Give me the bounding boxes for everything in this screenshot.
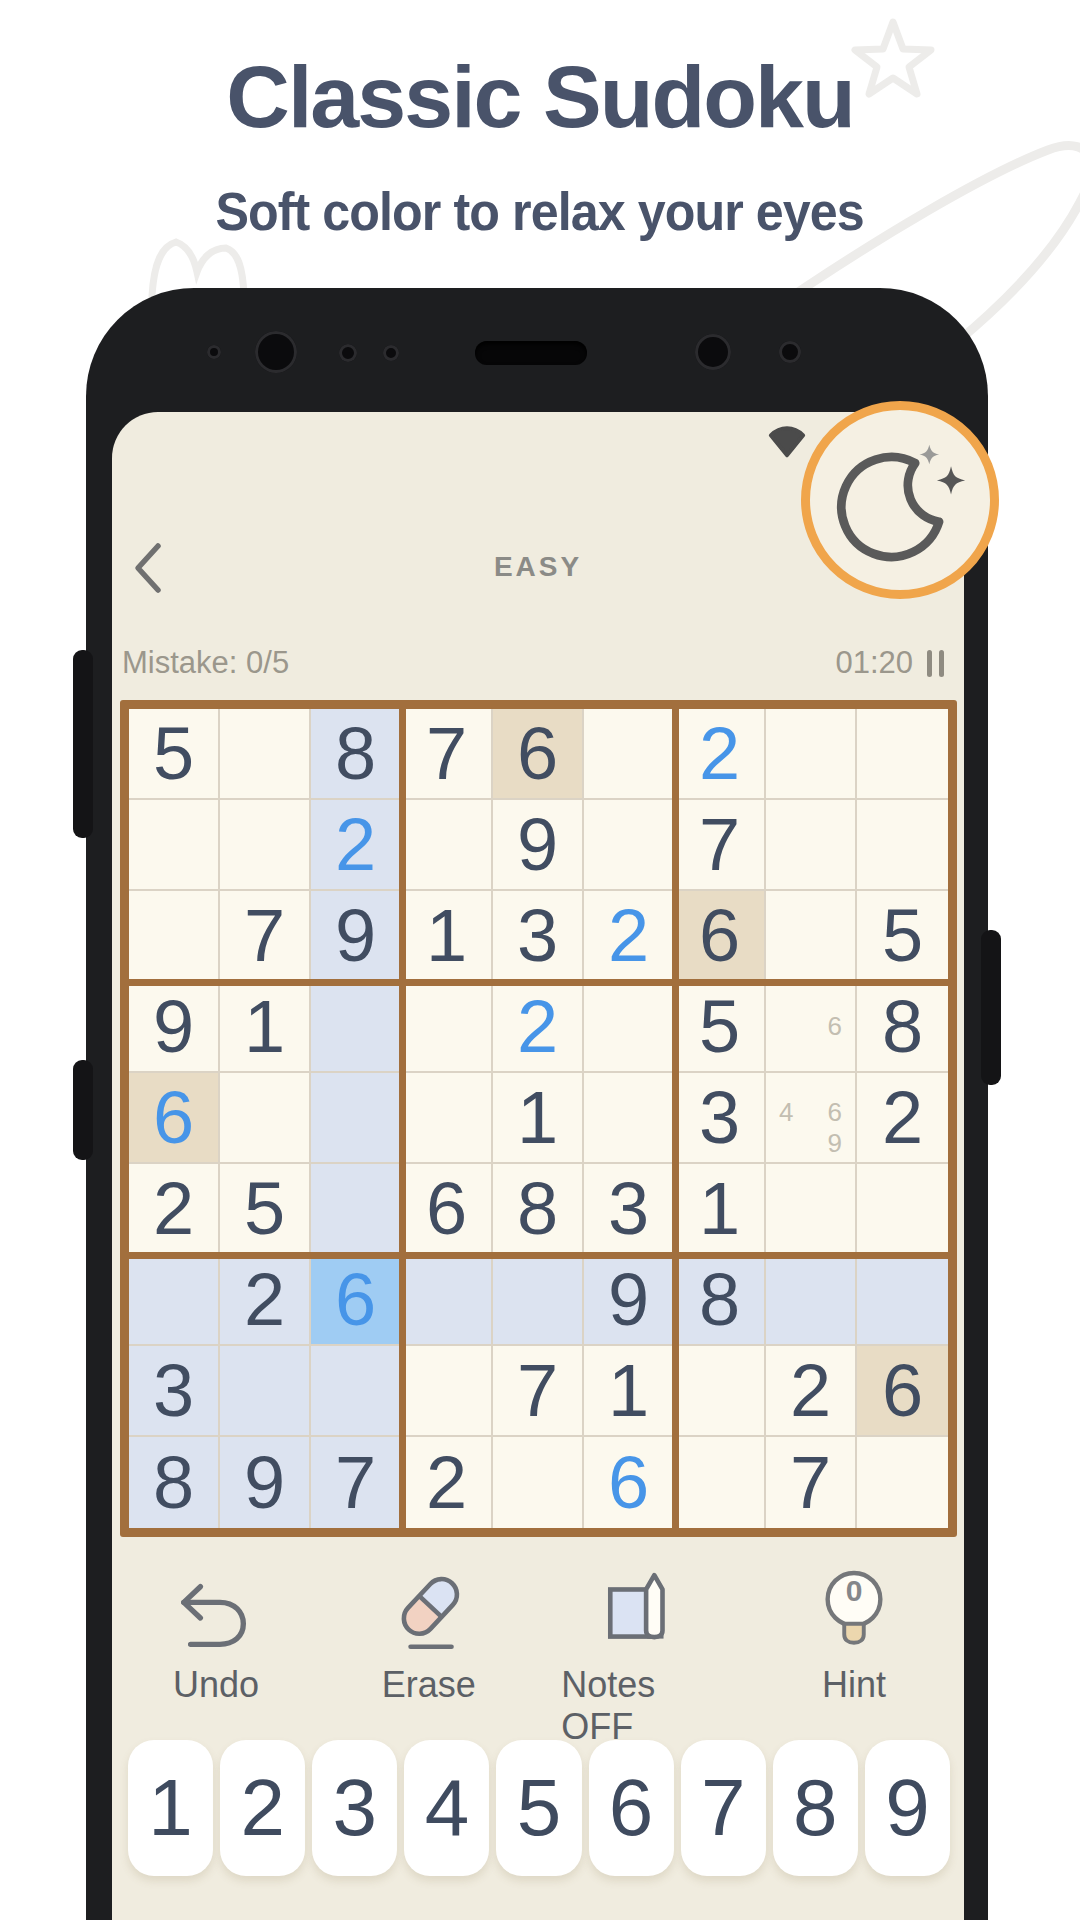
numpad-1[interactable]: 1 (128, 1740, 213, 1876)
given-digit: 7 (517, 1354, 558, 1428)
cell-r3c6[interactable]: 2 (584, 891, 675, 982)
given-digit: 3 (517, 899, 558, 973)
cell-r7c9[interactable] (857, 1255, 948, 1346)
user-digit: 6 (335, 1263, 376, 1337)
app-promo-page: { "game": "sudoku", "position": "5.876.2… (0, 0, 1080, 1920)
cell-r8c7[interactable] (675, 1346, 766, 1437)
cell-r4c1[interactable]: 9 (129, 982, 220, 1073)
cell-r1c5[interactable]: 6 (493, 709, 584, 800)
sensor-dot (339, 344, 357, 362)
cell-r6c1[interactable]: 2 (129, 1164, 220, 1255)
cell-r9c3[interactable]: 7 (311, 1437, 402, 1528)
cell-r7c5[interactable] (493, 1255, 584, 1346)
cell-r8c9[interactable]: 6 (857, 1346, 948, 1437)
given-digit: 8 (517, 1172, 558, 1246)
cell-r6c2[interactable]: 5 (220, 1164, 311, 1255)
user-digit: 6 (153, 1081, 194, 1155)
pencil-notes: 469 (774, 1076, 847, 1159)
cell-r9c2[interactable]: 9 (220, 1437, 311, 1528)
given-digit: 6 (882, 1354, 923, 1428)
sensor-dot (383, 345, 399, 361)
cell-r6c5[interactable]: 8 (493, 1164, 584, 1255)
user-digit: 2 (335, 808, 376, 882)
cell-r7c4[interactable] (402, 1255, 493, 1346)
cell-r5c3[interactable] (311, 1073, 402, 1164)
undo-label: Undo (173, 1664, 259, 1706)
cell-r3c3[interactable]: 9 (311, 891, 402, 982)
cell-r4c9[interactable]: 8 (857, 982, 948, 1073)
cell-r1c7[interactable]: 2 (675, 709, 766, 800)
given-digit: 6 (426, 1172, 467, 1246)
cell-r8c2[interactable] (220, 1346, 311, 1437)
user-digit: 2 (699, 717, 740, 791)
given-digit: 1 (244, 990, 285, 1064)
cell-r5c6[interactable] (584, 1073, 675, 1164)
given-digit: 3 (608, 1172, 649, 1246)
cell-r8c1[interactable]: 3 (129, 1346, 220, 1437)
pause-button[interactable] (927, 650, 944, 677)
toolbar: Undo Erase (136, 1560, 934, 1748)
given-digit: 8 (335, 717, 376, 791)
given-digit: 1 (517, 1081, 558, 1155)
cell-r3c7[interactable]: 6 (675, 891, 766, 982)
given-digit: 5 (244, 1172, 285, 1246)
cell-r5c8[interactable]: 469 (766, 1073, 857, 1164)
erase-label: Erase (382, 1664, 476, 1706)
given-digit: 9 (153, 990, 194, 1064)
cell-r2c4[interactable] (402, 800, 493, 891)
cell-r4c5[interactable]: 2 (493, 982, 584, 1073)
given-digit: 7 (244, 899, 285, 973)
sparkle-icon (920, 445, 940, 465)
user-digit: 2 (517, 990, 558, 1064)
given-digit: 2 (244, 1263, 285, 1337)
given-digit: 3 (699, 1081, 740, 1155)
cell-r4c8[interactable]: 6 (766, 982, 857, 1073)
proximity-sensor (779, 341, 801, 363)
cell-r8c3[interactable] (311, 1346, 402, 1437)
given-digit: 6 (517, 717, 558, 791)
cell-r1c3[interactable]: 8 (311, 709, 402, 800)
cell-r5c7[interactable]: 3 (675, 1073, 766, 1164)
given-digit: 7 (790, 1446, 831, 1520)
moon-icon (824, 424, 976, 576)
cell-r4c7[interactable]: 5 (675, 982, 766, 1073)
iris-camera (695, 334, 731, 370)
notes-label: Notes OFF (561, 1664, 721, 1748)
eraser-icon (386, 1568, 472, 1656)
cell-r7c3[interactable]: 6 (311, 1255, 402, 1346)
given-digit: 7 (699, 808, 740, 882)
numpad-2[interactable]: 2 (220, 1740, 305, 1876)
given-digit: 8 (882, 990, 923, 1064)
cell-r4c2[interactable]: 1 (220, 982, 311, 1073)
cell-r7c2[interactable]: 2 (220, 1255, 311, 1346)
given-digit: 2 (882, 1081, 923, 1155)
cell-r8c6[interactable]: 1 (584, 1346, 675, 1437)
given-digit: 8 (699, 1263, 740, 1337)
given-digit: 3 (153, 1354, 194, 1428)
cell-r3c9[interactable]: 5 (857, 891, 948, 982)
cell-r7c8[interactable] (766, 1255, 857, 1346)
cell-r2c3[interactable]: 2 (311, 800, 402, 891)
user-digit: 2 (608, 899, 649, 973)
numpad-8[interactable]: 8 (773, 1740, 858, 1876)
cell-r3c8[interactable] (766, 891, 857, 982)
given-digit: 5 (699, 990, 740, 1064)
given-digit: 9 (335, 899, 376, 973)
cell-r6c4[interactable]: 6 (402, 1164, 493, 1255)
numpad-7[interactable]: 7 (681, 1740, 766, 1876)
notes-button[interactable]: Notes OFF (561, 1560, 721, 1748)
given-digit: 5 (153, 717, 194, 791)
cell-r6c6[interactable]: 3 (584, 1164, 675, 1255)
notes-icon (598, 1568, 684, 1656)
timer-value: 01:20 (835, 645, 913, 681)
app-screen: EASY Mistake: 0/5 01:20 5876229779132659… (112, 412, 964, 1920)
cell-r8c5[interactable]: 7 (493, 1346, 584, 1437)
volume-button (73, 650, 93, 838)
cell-r8c8[interactable]: 2 (766, 1346, 857, 1437)
cell-r6c9[interactable] (857, 1164, 948, 1255)
cell-r1c8[interactable] (766, 709, 857, 800)
numpad-3[interactable]: 3 (312, 1740, 397, 1876)
hint-label: Hint (822, 1664, 886, 1706)
pencil-notes: 6 (774, 985, 847, 1068)
erase-button[interactable]: Erase (349, 1560, 509, 1748)
given-digit: 7 (426, 717, 467, 791)
cell-r9c7[interactable] (675, 1437, 766, 1528)
given-digit: 9 (244, 1446, 285, 1520)
given-digit: 2 (153, 1172, 194, 1246)
given-digit: 9 (517, 808, 558, 882)
sensor-dot (207, 345, 221, 359)
cell-r6c8[interactable] (766, 1164, 857, 1255)
given-digit: 1 (699, 1172, 740, 1246)
earpiece-speaker (475, 341, 587, 365)
cell-r9c8[interactable]: 7 (766, 1437, 857, 1528)
undo-icon (175, 1576, 257, 1656)
given-digit: 1 (426, 899, 467, 973)
power-button (981, 930, 1001, 1085)
cell-r2c5[interactable]: 9 (493, 800, 584, 891)
numpad-9[interactable]: 9 (865, 1740, 950, 1876)
numpad-6[interactable]: 6 (589, 1740, 674, 1876)
cell-r3c5[interactable]: 3 (493, 891, 584, 982)
cell-r5c4[interactable] (402, 1073, 493, 1164)
cell-r4c4[interactable] (402, 982, 493, 1073)
given-digit: 1 (608, 1354, 649, 1428)
mistake-counter: Mistake: 0/5 (122, 645, 289, 681)
bixby-button (73, 1060, 93, 1160)
cell-r4c3[interactable] (311, 982, 402, 1073)
given-digit: 6 (699, 899, 740, 973)
cell-r2c9[interactable] (857, 800, 948, 891)
cell-r4c6[interactable] (584, 982, 675, 1073)
board-cells: 5876229779132659125686134692256831269837… (129, 709, 948, 1528)
cell-r7c1[interactable] (129, 1255, 220, 1346)
given-digit: 7 (335, 1446, 376, 1520)
cell-r5c1[interactable]: 6 (129, 1073, 220, 1164)
cell-r6c3[interactable] (311, 1164, 402, 1255)
cell-r7c7[interactable]: 8 (675, 1255, 766, 1346)
cell-r3c1[interactable] (129, 891, 220, 982)
cell-r1c2[interactable] (220, 709, 311, 800)
cell-r1c9[interactable] (857, 709, 948, 800)
numpad-5[interactable]: 5 (496, 1740, 581, 1876)
numpad-4[interactable]: 4 (404, 1740, 489, 1876)
hero-subtitle: Soft color to relax your eyes (0, 180, 1080, 242)
cell-r6c7[interactable]: 1 (675, 1164, 766, 1255)
cell-r5c5[interactable]: 1 (493, 1073, 584, 1164)
given-digit: 2 (790, 1354, 831, 1428)
undo-button[interactable]: Undo (136, 1560, 296, 1748)
cell-r1c4[interactable]: 7 (402, 709, 493, 800)
cell-r9c1[interactable]: 8 (129, 1437, 220, 1528)
cell-r5c9[interactable]: 2 (857, 1073, 948, 1164)
cell-r2c1[interactable] (129, 800, 220, 891)
sudoku-board: 5876229779132659125686134692256831269837… (120, 700, 957, 1537)
given-digit: 8 (153, 1446, 194, 1520)
cell-r9c4[interactable]: 2 (402, 1437, 493, 1528)
numpad: 1 2 3 4 5 6 7 8 9 (128, 1740, 950, 1876)
cell-r2c8[interactable] (766, 800, 857, 891)
cell-r2c6[interactable] (584, 800, 675, 891)
given-digit: 2 (426, 1446, 467, 1520)
cell-r3c2[interactable]: 7 (220, 891, 311, 982)
front-camera (255, 331, 297, 373)
sparkle-icon (937, 466, 965, 494)
wifi-icon (766, 422, 808, 462)
user-digit: 6 (608, 1446, 649, 1520)
hero-title: Classic Sudoku (0, 46, 1080, 148)
hint-button[interactable]: 0 Hint (774, 1560, 934, 1748)
given-digit: 9 (608, 1263, 649, 1337)
cell-r7c6[interactable]: 9 (584, 1255, 675, 1346)
night-mode-button[interactable] (801, 401, 999, 599)
cell-r1c6[interactable] (584, 709, 675, 800)
cell-r9c6[interactable]: 6 (584, 1437, 675, 1528)
cell-r2c2[interactable] (220, 800, 311, 891)
cell-r9c9[interactable] (857, 1437, 948, 1528)
cell-r9c5[interactable] (493, 1437, 584, 1528)
cell-r1c1[interactable]: 5 (129, 709, 220, 800)
cell-r2c7[interactable]: 7 (675, 800, 766, 891)
hint-count-badge: 0 (813, 1574, 895, 1608)
cell-r3c4[interactable]: 1 (402, 891, 493, 982)
given-digit: 5 (882, 899, 923, 973)
cell-r8c4[interactable] (402, 1346, 493, 1437)
cell-r5c2[interactable] (220, 1073, 311, 1164)
